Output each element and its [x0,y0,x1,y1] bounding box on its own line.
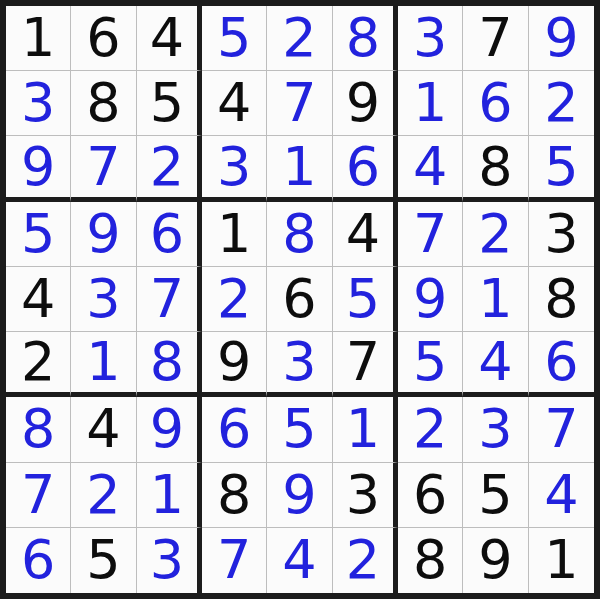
filled-digit: 1 [86,335,120,389]
sudoku-board: 1645283793854791629723164855961847234372… [0,0,600,599]
cell-r3c2[interactable]: 7 [71,136,136,201]
filled-digit: 2 [86,468,120,522]
cell-r9c5[interactable]: 4 [267,528,332,593]
cell-r6c2[interactable]: 1 [71,332,136,397]
cell-r7c1[interactable]: 8 [6,397,71,462]
cell-r7c5[interactable]: 5 [267,397,332,462]
filled-digit: 7 [413,207,447,261]
cell-r5c8[interactable]: 1 [463,267,528,332]
cell-r6c5[interactable]: 3 [267,332,332,397]
cell-r4c5[interactable]: 8 [267,202,332,267]
cell-r3c7[interactable]: 4 [398,136,463,201]
filled-digit: 7 [21,468,55,522]
filled-digit: 2 [346,533,380,587]
cell-r6c7[interactable]: 5 [398,332,463,397]
cell-r3c5[interactable]: 1 [267,136,332,201]
filled-digit: 6 [478,76,512,130]
given-digit: 8 [86,76,120,130]
given-digit: 1 [217,207,251,261]
cell-r8c6[interactable]: 3 [333,463,398,528]
cell-r7c7[interactable]: 2 [398,397,463,462]
cell-r3c4[interactable]: 3 [202,136,267,201]
filled-digit: 3 [21,76,55,130]
given-digit: 1 [544,533,578,587]
filled-digit: 3 [150,533,184,587]
given-digit: 5 [478,468,512,522]
cell-r4c3[interactable]: 6 [137,202,202,267]
given-digit: 4 [86,402,120,456]
cell-r8c9[interactable]: 4 [529,463,594,528]
given-digit: 8 [217,468,251,522]
cell-r3c9[interactable]: 5 [529,136,594,201]
cell-r7c4[interactable]: 6 [202,397,267,462]
filled-digit: 1 [346,402,380,456]
given-digit: 8 [544,272,578,326]
filled-digit: 2 [150,140,184,194]
cell-r7c3[interactable]: 9 [137,397,202,462]
cell-r5c9[interactable]: 8 [529,267,594,332]
filled-digit: 6 [21,533,55,587]
filled-digit: 9 [21,140,55,194]
given-digit: 4 [21,272,55,326]
cell-r6c1[interactable]: 2 [6,332,71,397]
cell-r7c8[interactable]: 3 [463,397,528,462]
cell-r5c3[interactable]: 7 [137,267,202,332]
filled-digit: 6 [346,140,380,194]
filled-digit: 2 [282,11,316,65]
filled-digit: 2 [478,207,512,261]
filled-digit: 3 [217,140,251,194]
given-digit: 6 [282,272,316,326]
filled-digit: 7 [150,272,184,326]
cell-r9c6[interactable]: 2 [333,528,398,593]
cell-r7c9[interactable]: 7 [529,397,594,462]
given-digit: 9 [217,335,251,389]
given-digit: 3 [544,207,578,261]
cell-r1c8[interactable]: 7 [463,6,528,71]
cell-r9c1[interactable]: 6 [6,528,71,593]
filled-digit: 1 [282,140,316,194]
filled-digit: 1 [478,272,512,326]
filled-digit: 2 [413,402,447,456]
filled-digit: 5 [544,140,578,194]
filled-digit: 8 [282,207,316,261]
cell-r2c8[interactable]: 6 [463,71,528,136]
cell-r4c2[interactable]: 9 [71,202,136,267]
filled-digit: 4 [282,533,316,587]
cell-r4c9[interactable]: 3 [529,202,594,267]
cell-r9c7[interactable]: 8 [398,528,463,593]
given-digit: 4 [346,207,380,261]
filled-digit: 4 [413,140,447,194]
cell-r8c8[interactable]: 5 [463,463,528,528]
cell-r8c4[interactable]: 8 [202,463,267,528]
filled-digit: 3 [478,402,512,456]
filled-digit: 7 [86,140,120,194]
cell-r5c4[interactable]: 2 [202,267,267,332]
cell-r4c4[interactable]: 1 [202,202,267,267]
filled-digit: 4 [544,468,578,522]
cell-r6c8[interactable]: 4 [463,332,528,397]
given-digit: 4 [150,11,184,65]
given-digit: 7 [478,11,512,65]
filled-digit: 9 [282,468,316,522]
filled-digit: 9 [86,207,120,261]
given-digit: 8 [413,533,447,587]
filled-digit: 7 [217,533,251,587]
cell-r8c2[interactable]: 2 [71,463,136,528]
given-digit: 6 [86,11,120,65]
given-digit: 8 [478,140,512,194]
filled-digit: 5 [346,272,380,326]
filled-digit: 7 [544,402,578,456]
filled-digit: 1 [150,468,184,522]
cell-r5c5[interactable]: 6 [267,267,332,332]
cell-r5c2[interactable]: 3 [71,267,136,332]
filled-digit: 3 [413,11,447,65]
filled-digit: 8 [21,402,55,456]
cell-r9c3[interactable]: 3 [137,528,202,593]
cell-r1c2[interactable]: 6 [71,6,136,71]
cell-r2c2[interactable]: 8 [71,71,136,136]
cell-r2c6[interactable]: 9 [333,71,398,136]
filled-digit: 9 [150,402,184,456]
given-digit: 1 [21,11,55,65]
cell-r8c5[interactable]: 9 [267,463,332,528]
given-digit: 5 [150,76,184,130]
cell-r7c6[interactable]: 1 [333,397,398,462]
cell-r8c7[interactable]: 6 [398,463,463,528]
cell-r4c8[interactable]: 2 [463,202,528,267]
cell-r1c6[interactable]: 8 [333,6,398,71]
cell-r6c4[interactable]: 9 [202,332,267,397]
cell-r5c1[interactable]: 4 [6,267,71,332]
cell-r7c2[interactable]: 4 [71,397,136,462]
cell-r2c3[interactable]: 5 [137,71,202,136]
filled-digit: 5 [282,402,316,456]
cell-r1c5[interactable]: 2 [267,6,332,71]
cell-r6c9[interactable]: 6 [529,332,594,397]
cell-r1c7[interactable]: 3 [398,6,463,71]
filled-digit: 7 [282,76,316,130]
cell-r1c9[interactable]: 9 [529,6,594,71]
given-digit: 7 [346,335,380,389]
filled-digit: 9 [413,272,447,326]
filled-digit: 6 [150,207,184,261]
filled-digit: 5 [413,335,447,389]
cell-r2c1[interactable]: 3 [6,71,71,136]
cell-r9c8[interactable]: 9 [463,528,528,593]
filled-digit: 2 [217,272,251,326]
given-digit: 3 [346,468,380,522]
cell-r4c7[interactable]: 7 [398,202,463,267]
filled-digit: 8 [346,11,380,65]
cell-r2c4[interactable]: 4 [202,71,267,136]
cell-r2c5[interactable]: 7 [267,71,332,136]
cell-r6c6[interactable]: 7 [333,332,398,397]
given-digit: 9 [478,533,512,587]
cell-r4c6[interactable]: 4 [333,202,398,267]
cell-r9c9[interactable]: 1 [529,528,594,593]
cell-r3c6[interactable]: 6 [333,136,398,201]
cell-r1c1[interactable]: 1 [6,6,71,71]
filled-digit: 5 [217,11,251,65]
cell-r8c3[interactable]: 1 [137,463,202,528]
filled-digit: 9 [544,11,578,65]
given-digit: 2 [21,335,55,389]
cell-r3c8[interactable]: 8 [463,136,528,201]
filled-digit: 6 [217,402,251,456]
cell-r9c4[interactable]: 7 [202,528,267,593]
filled-digit: 5 [21,207,55,261]
cell-r6c3[interactable]: 8 [137,332,202,397]
cell-r3c1[interactable]: 9 [6,136,71,201]
filled-digit: 4 [478,335,512,389]
cell-r5c7[interactable]: 9 [398,267,463,332]
cell-r1c4[interactable]: 5 [202,6,267,71]
cell-r2c9[interactable]: 2 [529,71,594,136]
cell-r9c2[interactable]: 5 [71,528,136,593]
filled-digit: 6 [544,335,578,389]
filled-digit: 3 [282,335,316,389]
filled-digit: 8 [150,335,184,389]
cell-r8c1[interactable]: 7 [6,463,71,528]
cell-r4c1[interactable]: 5 [6,202,71,267]
given-digit: 5 [86,533,120,587]
cell-r2c7[interactable]: 1 [398,71,463,136]
cell-r1c3[interactable]: 4 [137,6,202,71]
given-digit: 6 [413,468,447,522]
filled-digit: 2 [544,76,578,130]
filled-digit: 1 [413,76,447,130]
cell-r5c6[interactable]: 5 [333,267,398,332]
given-digit: 9 [346,76,380,130]
given-digit: 4 [217,76,251,130]
filled-digit: 3 [86,272,120,326]
cell-r3c3[interactable]: 2 [137,136,202,201]
